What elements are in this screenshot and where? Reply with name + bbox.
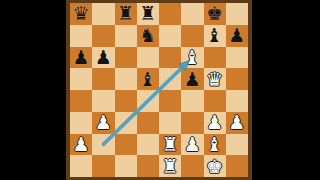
piece-black-queen-a8[interactable]: ♛ (73, 4, 90, 23)
square-g7[interactable]: ♝ (204, 25, 226, 47)
square-a8[interactable]: ♛ (70, 3, 92, 25)
piece-white-king-g1[interactable]: ♚ (206, 157, 223, 176)
square-a5[interactable] (70, 68, 92, 90)
square-f7[interactable] (181, 25, 203, 47)
square-d8[interactable]: ♜ (137, 3, 159, 25)
square-e3[interactable] (159, 112, 181, 134)
piece-white-bishop-f6[interactable]: ♝ (184, 48, 201, 67)
square-a3[interactable] (70, 112, 92, 134)
square-b8[interactable] (92, 3, 114, 25)
square-a7[interactable] (70, 25, 92, 47)
square-e2[interactable]: ♜ (159, 134, 181, 156)
piece-white-pawn-g3[interactable]: ♟ (206, 113, 223, 132)
square-h6[interactable] (226, 47, 248, 69)
square-c4[interactable] (115, 90, 137, 112)
square-g3[interactable]: ♟ (204, 112, 226, 134)
square-e8[interactable] (159, 3, 181, 25)
square-c7[interactable] (115, 25, 137, 47)
piece-white-rook-e2[interactable]: ♜ (162, 135, 179, 154)
screenshot-stage: ♛♜♜♚♞♝♟♟♟♝♝♟♛♟♟♟♟♜♟♝♜♚ (0, 0, 320, 180)
square-c1[interactable] (115, 155, 137, 177)
square-b5[interactable] (92, 68, 114, 90)
board-frame: ♛♜♜♚♞♝♟♟♟♝♝♟♛♟♟♟♟♜♟♝♜♚ (66, 0, 252, 180)
piece-black-bishop-d5[interactable]: ♝ (139, 70, 156, 89)
square-f1[interactable] (181, 155, 203, 177)
square-f8[interactable] (181, 3, 203, 25)
square-g5[interactable]: ♛ (204, 68, 226, 90)
piece-black-bishop-g7[interactable]: ♝ (206, 26, 223, 45)
square-d6[interactable] (137, 47, 159, 69)
square-f2[interactable]: ♟ (181, 134, 203, 156)
square-e5[interactable] (159, 68, 181, 90)
square-e4[interactable] (159, 90, 181, 112)
square-b6[interactable]: ♟ (92, 47, 114, 69)
square-a1[interactable] (70, 155, 92, 177)
square-b3[interactable]: ♟ (92, 112, 114, 134)
piece-white-pawn-h3[interactable]: ♟ (228, 113, 245, 132)
square-a4[interactable] (70, 90, 92, 112)
piece-black-rook-d8[interactable]: ♜ (139, 4, 156, 23)
piece-white-pawn-b3[interactable]: ♟ (95, 113, 112, 132)
square-h8[interactable] (226, 3, 248, 25)
square-c5[interactable] (115, 68, 137, 90)
square-f4[interactable] (181, 90, 203, 112)
square-g4[interactable] (204, 90, 226, 112)
square-b2[interactable] (92, 134, 114, 156)
piece-white-pawn-f2[interactable]: ♟ (184, 135, 201, 154)
square-a6[interactable]: ♟ (70, 47, 92, 69)
square-d4[interactable] (137, 90, 159, 112)
square-d3[interactable] (137, 112, 159, 134)
square-e7[interactable] (159, 25, 181, 47)
square-e1[interactable]: ♜ (159, 155, 181, 177)
square-f6[interactable]: ♝ (181, 47, 203, 69)
piece-black-pawn-h7[interactable]: ♟ (228, 26, 245, 45)
square-c2[interactable] (115, 134, 137, 156)
square-f3[interactable] (181, 112, 203, 134)
square-b4[interactable] (92, 90, 114, 112)
square-g1[interactable]: ♚ (204, 155, 226, 177)
square-h4[interactable] (226, 90, 248, 112)
square-c3[interactable] (115, 112, 137, 134)
square-a2[interactable]: ♟ (70, 134, 92, 156)
piece-white-pawn-a2[interactable]: ♟ (73, 135, 90, 154)
square-b7[interactable] (92, 25, 114, 47)
piece-black-pawn-a6[interactable]: ♟ (73, 48, 90, 67)
piece-white-queen-g5[interactable]: ♛ (206, 70, 223, 89)
square-g6[interactable] (204, 47, 226, 69)
square-c8[interactable]: ♜ (115, 3, 137, 25)
square-h2[interactable] (226, 134, 248, 156)
square-g8[interactable]: ♚ (204, 3, 226, 25)
square-h5[interactable] (226, 68, 248, 90)
square-d5[interactable]: ♝ (137, 68, 159, 90)
square-g2[interactable]: ♝ (204, 134, 226, 156)
square-c6[interactable] (115, 47, 137, 69)
square-h3[interactable]: ♟ (226, 112, 248, 134)
square-f5[interactable]: ♟ (181, 68, 203, 90)
square-b1[interactable] (92, 155, 114, 177)
piece-black-pawn-b6[interactable]: ♟ (95, 48, 112, 67)
square-h1[interactable] (226, 155, 248, 177)
piece-black-king-g8[interactable]: ♚ (206, 4, 223, 23)
piece-black-knight-d7[interactable]: ♞ (139, 26, 156, 45)
square-d1[interactable] (137, 155, 159, 177)
square-e6[interactable] (159, 47, 181, 69)
piece-black-pawn-f5[interactable]: ♟ (184, 70, 201, 89)
piece-white-rook-e1[interactable]: ♜ (162, 157, 179, 176)
chess-board[interactable]: ♛♜♜♚♞♝♟♟♟♝♝♟♛♟♟♟♟♜♟♝♜♚ (70, 3, 248, 177)
piece-white-bishop-g2[interactable]: ♝ (206, 135, 223, 154)
square-d7[interactable]: ♞ (137, 25, 159, 47)
piece-black-rook-c8[interactable]: ♜ (117, 4, 134, 23)
square-d2[interactable] (137, 134, 159, 156)
square-h7[interactable]: ♟ (226, 25, 248, 47)
